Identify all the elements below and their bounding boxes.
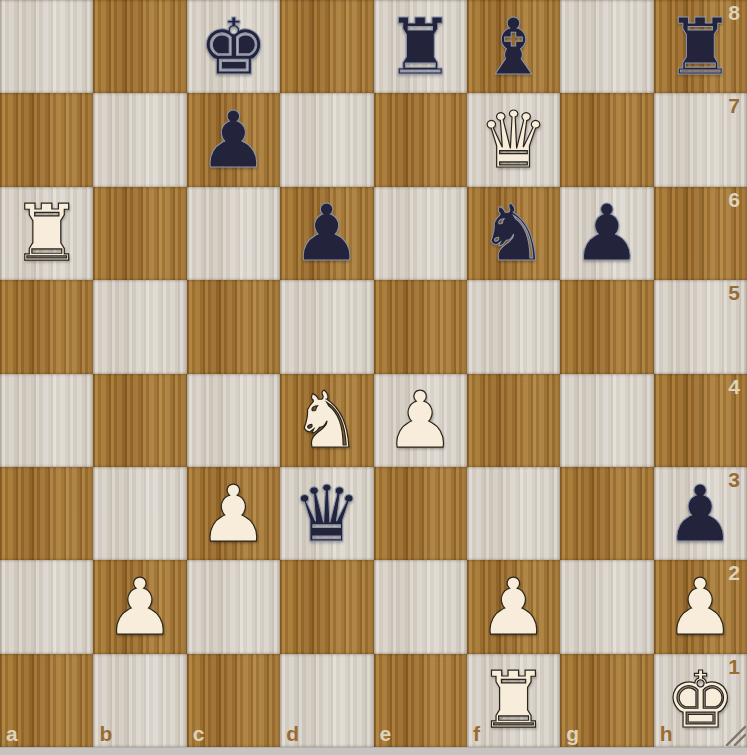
square-d6[interactable]: ♟: [280, 187, 373, 280]
square-d5[interactable]: [280, 280, 373, 373]
square-a4[interactable]: [0, 374, 93, 467]
square-f3[interactable]: [467, 467, 560, 560]
white-pawn[interactable]: ♟: [374, 374, 467, 467]
square-a7[interactable]: [0, 93, 93, 186]
square-c1[interactable]: c: [187, 654, 280, 747]
square-f8[interactable]: ♝: [467, 0, 560, 93]
square-f1[interactable]: ♜f: [467, 654, 560, 747]
square-g2[interactable]: [560, 560, 653, 653]
square-e4[interactable]: ♟: [374, 374, 467, 467]
black-king[interactable]: ♚: [187, 0, 280, 93]
black-pawn[interactable]: ♟: [560, 187, 653, 280]
square-a5[interactable]: [0, 280, 93, 373]
chess-board[interactable]: ♚♜♝♜8♟♛7♜♟♞♟65♞♟4♟♛♟3♟♟♟2abcde♜fg♚h1: [0, 0, 747, 747]
white-pawn[interactable]: ♟: [93, 560, 186, 653]
rank-label-6: 6: [728, 188, 740, 212]
square-d1[interactable]: d: [280, 654, 373, 747]
square-g5[interactable]: [560, 280, 653, 373]
white-knight[interactable]: ♞: [280, 374, 373, 467]
square-c2[interactable]: [187, 560, 280, 653]
black-rook[interactable]: ♜: [654, 0, 747, 93]
square-e2[interactable]: [374, 560, 467, 653]
file-label-a: a: [6, 722, 18, 746]
white-rook[interactable]: ♜: [0, 187, 93, 280]
file-label-g: g: [566, 722, 579, 746]
square-g8[interactable]: [560, 0, 653, 93]
white-queen[interactable]: ♛: [467, 93, 560, 186]
square-b4[interactable]: [93, 374, 186, 467]
square-b6[interactable]: [93, 187, 186, 280]
square-a1[interactable]: a: [0, 654, 93, 747]
square-c8[interactable]: ♚: [187, 0, 280, 93]
black-bishop[interactable]: ♝: [467, 0, 560, 93]
square-e7[interactable]: [374, 93, 467, 186]
square-c7[interactable]: ♟: [187, 93, 280, 186]
square-h8[interactable]: ♜8: [654, 0, 747, 93]
square-h4[interactable]: 4: [654, 374, 747, 467]
square-b1[interactable]: b: [93, 654, 186, 747]
square-g6[interactable]: ♟: [560, 187, 653, 280]
square-c4[interactable]: [187, 374, 280, 467]
square-h6[interactable]: 6: [654, 187, 747, 280]
square-e1[interactable]: e: [374, 654, 467, 747]
rank-label-4: 4: [728, 375, 740, 399]
square-h3[interactable]: ♟3: [654, 467, 747, 560]
file-label-c: c: [193, 722, 205, 746]
black-pawn[interactable]: ♟: [187, 93, 280, 186]
black-knight[interactable]: ♞: [467, 187, 560, 280]
square-g1[interactable]: g: [560, 654, 653, 747]
square-f2[interactable]: ♟: [467, 560, 560, 653]
square-e8[interactable]: ♜: [374, 0, 467, 93]
square-f7[interactable]: ♛: [467, 93, 560, 186]
bottom-strip: [0, 747, 747, 755]
square-f5[interactable]: [467, 280, 560, 373]
white-pawn[interactable]: ♟: [187, 467, 280, 560]
square-e6[interactable]: [374, 187, 467, 280]
black-queen[interactable]: ♛: [280, 467, 373, 560]
square-h5[interactable]: 5: [654, 280, 747, 373]
square-e5[interactable]: [374, 280, 467, 373]
square-g4[interactable]: [560, 374, 653, 467]
square-c6[interactable]: [187, 187, 280, 280]
square-d2[interactable]: [280, 560, 373, 653]
square-b8[interactable]: [93, 0, 186, 93]
resize-handle-icon[interactable]: [724, 724, 746, 746]
square-a3[interactable]: [0, 467, 93, 560]
square-d7[interactable]: [280, 93, 373, 186]
square-d4[interactable]: ♞: [280, 374, 373, 467]
white-rook[interactable]: ♜: [467, 654, 560, 747]
square-b3[interactable]: [93, 467, 186, 560]
square-a2[interactable]: [0, 560, 93, 653]
square-e3[interactable]: [374, 467, 467, 560]
black-pawn[interactable]: ♟: [654, 467, 747, 560]
square-f4[interactable]: [467, 374, 560, 467]
square-h2[interactable]: ♟2: [654, 560, 747, 653]
file-label-d: d: [286, 722, 299, 746]
square-d3[interactable]: ♛: [280, 467, 373, 560]
black-rook[interactable]: ♜: [374, 0, 467, 93]
black-pawn[interactable]: ♟: [280, 187, 373, 280]
square-b5[interactable]: [93, 280, 186, 373]
square-d8[interactable]: [280, 0, 373, 93]
square-g7[interactable]: [560, 93, 653, 186]
white-pawn[interactable]: ♟: [654, 560, 747, 653]
square-c3[interactable]: ♟: [187, 467, 280, 560]
rank-label-5: 5: [728, 281, 740, 305]
square-h7[interactable]: 7: [654, 93, 747, 186]
file-label-b: b: [99, 722, 112, 746]
white-pawn[interactable]: ♟: [467, 560, 560, 653]
square-f6[interactable]: ♞: [467, 187, 560, 280]
square-a8[interactable]: [0, 0, 93, 93]
square-a6[interactable]: ♜: [0, 187, 93, 280]
square-g3[interactable]: [560, 467, 653, 560]
square-c5[interactable]: [187, 280, 280, 373]
file-label-e: e: [380, 722, 392, 746]
square-b2[interactable]: ♟: [93, 560, 186, 653]
square-b7[interactable]: [93, 93, 186, 186]
rank-label-7: 7: [728, 94, 740, 118]
